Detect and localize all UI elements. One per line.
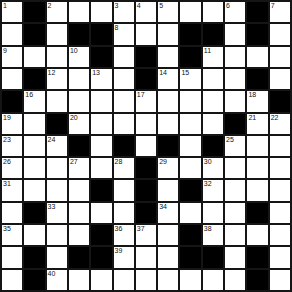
black-cell (247, 69, 267, 89)
black-cell (47, 114, 67, 134)
clue-number: 3 (115, 2, 119, 10)
black-cell (203, 247, 223, 267)
white-cell[interactable]: 22 (270, 114, 290, 134)
white-cell[interactable]: 8 (114, 24, 134, 44)
white-cell[interactable] (24, 158, 44, 178)
white-cell[interactable]: 13 (91, 69, 111, 89)
white-cell[interactable] (24, 47, 44, 67)
white-cell[interactable] (270, 158, 290, 178)
white-cell[interactable] (136, 24, 156, 44)
black-cell (2, 91, 22, 111)
white-cell[interactable]: 1 (2, 2, 22, 22)
white-cell[interactable] (2, 270, 22, 290)
white-cell[interactable] (136, 270, 156, 290)
white-cell[interactable] (158, 270, 178, 290)
black-cell (69, 24, 89, 44)
white-cell[interactable] (69, 69, 89, 89)
clue-number: 6 (226, 2, 230, 10)
clue-number: 17 (137, 91, 145, 99)
clue-number: 39 (115, 247, 123, 255)
clue-number: 38 (204, 225, 212, 233)
white-cell[interactable]: 17 (136, 91, 156, 111)
black-cell (225, 114, 245, 134)
white-cell[interactable]: 11 (203, 47, 223, 67)
white-cell[interactable] (203, 114, 223, 134)
black-cell (114, 136, 134, 156)
white-cell[interactable] (180, 270, 200, 290)
white-cell[interactable]: 4 (136, 2, 156, 22)
white-cell[interactable]: 34 (158, 203, 178, 223)
white-cell[interactable]: 14 (158, 69, 178, 89)
white-cell[interactable] (247, 225, 267, 245)
clue-number: 1 (3, 2, 7, 10)
white-cell[interactable]: 30 (203, 158, 223, 178)
white-cell[interactable] (114, 203, 134, 223)
white-cell[interactable] (270, 180, 290, 200)
white-cell[interactable] (225, 225, 245, 245)
white-cell[interactable]: 3 (114, 2, 134, 22)
white-cell[interactable]: 7 (270, 2, 290, 22)
black-cell (136, 69, 156, 89)
clue-number: 14 (159, 69, 167, 77)
white-cell[interactable] (2, 247, 22, 267)
clue-number: 8 (115, 24, 119, 32)
white-cell[interactable] (270, 225, 290, 245)
white-cell[interactable] (247, 136, 267, 156)
white-cell[interactable] (225, 91, 245, 111)
clue-number: 37 (137, 225, 145, 233)
clue-number: 16 (25, 91, 33, 99)
clue-number: 40 (48, 270, 56, 278)
white-cell[interactable]: 36 (114, 225, 134, 245)
black-cell (91, 180, 111, 200)
white-cell[interactable] (270, 270, 290, 290)
clue-number: 28 (115, 158, 123, 166)
white-cell[interactable] (203, 2, 223, 22)
clue-number: 26 (3, 158, 11, 166)
black-cell (247, 270, 267, 290)
black-cell (24, 270, 44, 290)
white-cell[interactable]: 31 (2, 180, 22, 200)
black-cell (203, 24, 223, 44)
clue-number: 12 (48, 69, 56, 77)
white-cell[interactable]: 2 (47, 2, 67, 22)
white-cell[interactable] (91, 91, 111, 111)
white-cell[interactable] (24, 114, 44, 134)
white-cell[interactable] (225, 270, 245, 290)
white-cell[interactable]: 39 (114, 247, 134, 267)
white-cell[interactable] (270, 69, 290, 89)
black-cell (24, 2, 44, 22)
white-cell[interactable] (247, 47, 267, 67)
clue-number: 23 (3, 136, 11, 144)
white-cell[interactable] (91, 2, 111, 22)
white-cell[interactable]: 5 (158, 2, 178, 22)
black-cell (136, 203, 156, 223)
white-cell[interactable] (180, 114, 200, 134)
white-cell[interactable] (47, 180, 67, 200)
clue-number: 13 (92, 69, 100, 77)
black-cell (180, 24, 200, 44)
black-cell (247, 2, 267, 22)
white-cell[interactable]: 29 (158, 158, 178, 178)
clue-number: 30 (204, 158, 212, 166)
clue-number: 27 (70, 158, 78, 166)
white-cell[interactable] (180, 91, 200, 111)
white-cell[interactable] (225, 69, 245, 89)
white-cell[interactable]: 15 (180, 69, 200, 89)
clue-number: 11 (204, 47, 211, 55)
white-cell[interactable] (136, 136, 156, 156)
clue-number: 25 (226, 136, 234, 144)
white-cell[interactable]: 24 (47, 136, 67, 156)
white-cell[interactable] (47, 91, 67, 111)
white-cell[interactable] (203, 203, 223, 223)
white-cell[interactable] (91, 136, 111, 156)
white-cell[interactable]: 21 (247, 114, 267, 134)
clue-number: 31 (3, 180, 11, 188)
white-cell[interactable] (114, 180, 134, 200)
white-cell[interactable] (180, 158, 200, 178)
black-cell (158, 136, 178, 156)
clue-number: 21 (248, 114, 256, 122)
white-cell[interactable] (69, 203, 89, 223)
white-cell[interactable] (2, 24, 22, 44)
white-cell[interactable] (225, 47, 245, 67)
black-cell (136, 158, 156, 178)
white-cell[interactable] (2, 203, 22, 223)
white-cell[interactable] (180, 2, 200, 22)
white-cell[interactable] (180, 203, 200, 223)
white-cell[interactable]: 6 (225, 2, 245, 22)
white-cell[interactable] (158, 114, 178, 134)
white-cell[interactable] (114, 114, 134, 134)
black-cell (24, 247, 44, 267)
white-cell[interactable] (136, 114, 156, 134)
black-cell (69, 247, 89, 267)
white-cell[interactable]: 26 (2, 158, 22, 178)
white-cell[interactable] (225, 158, 245, 178)
white-cell[interactable]: 18 (247, 91, 267, 111)
white-cell[interactable] (69, 225, 89, 245)
white-cell[interactable]: 35 (2, 225, 22, 245)
white-cell[interactable] (158, 180, 178, 200)
white-cell[interactable] (136, 247, 156, 267)
white-cell[interactable] (91, 270, 111, 290)
white-cell[interactable]: 37 (136, 225, 156, 245)
clue-number: 32 (204, 180, 212, 188)
white-cell[interactable] (47, 247, 67, 267)
clue-number: 2 (48, 2, 52, 10)
clue-number: 7 (271, 2, 275, 10)
clue-number: 36 (115, 225, 123, 233)
white-cell[interactable] (69, 180, 89, 200)
clue-number: 35 (3, 225, 11, 233)
white-cell[interactable] (114, 270, 134, 290)
black-cell (136, 47, 156, 67)
white-cell[interactable] (91, 203, 111, 223)
white-cell[interactable] (225, 203, 245, 223)
white-cell[interactable] (158, 225, 178, 245)
clue-number: 24 (48, 136, 56, 144)
black-cell (24, 24, 44, 44)
white-cell[interactable]: 16 (24, 91, 44, 111)
white-cell[interactable] (47, 47, 67, 67)
clue-number: 10 (70, 47, 78, 55)
white-cell[interactable] (114, 69, 134, 89)
black-cell (180, 225, 200, 245)
clue-number: 18 (248, 91, 256, 99)
white-cell[interactable] (270, 47, 290, 67)
white-cell[interactable] (47, 225, 67, 245)
white-cell[interactable] (24, 225, 44, 245)
white-cell[interactable]: 38 (203, 225, 223, 245)
clue-number: 19 (3, 114, 11, 122)
black-cell (180, 247, 200, 267)
white-cell[interactable]: 20 (69, 114, 89, 134)
black-cell (247, 24, 267, 44)
black-cell (203, 136, 223, 156)
white-cell[interactable] (225, 180, 245, 200)
clue-number: 4 (137, 2, 141, 10)
white-cell[interactable] (225, 24, 245, 44)
black-cell (91, 24, 111, 44)
white-cell[interactable]: 40 (47, 270, 67, 290)
white-cell[interactable] (203, 69, 223, 89)
white-cell[interactable] (24, 136, 44, 156)
clue-number: 22 (271, 114, 279, 122)
white-cell[interactable]: 27 (69, 158, 89, 178)
white-cell[interactable] (225, 247, 245, 267)
white-cell[interactable] (114, 91, 134, 111)
black-cell (270, 91, 290, 111)
black-cell (24, 203, 44, 223)
clue-number: 5 (159, 2, 163, 10)
white-cell[interactable] (2, 69, 22, 89)
white-cell[interactable] (270, 203, 290, 223)
white-cell[interactable] (114, 47, 134, 67)
white-cell[interactable]: 28 (114, 158, 134, 178)
white-cell[interactable]: 12 (47, 69, 67, 89)
black-cell (24, 69, 44, 89)
clue-number: 33 (48, 203, 56, 211)
white-cell[interactable] (47, 24, 67, 44)
white-cell[interactable] (203, 270, 223, 290)
white-cell[interactable]: 25 (225, 136, 245, 156)
white-cell[interactable] (247, 158, 267, 178)
white-cell[interactable] (158, 247, 178, 267)
white-cell[interactable] (91, 114, 111, 134)
black-cell (91, 225, 111, 245)
white-cell[interactable] (180, 136, 200, 156)
white-cell[interactable]: 9 (2, 47, 22, 67)
black-cell (180, 47, 200, 67)
clue-number: 29 (159, 158, 167, 166)
black-cell (69, 136, 89, 156)
white-cell[interactable] (69, 2, 89, 22)
clue-number: 20 (70, 114, 78, 122)
white-cell[interactable] (158, 91, 178, 111)
white-cell[interactable] (203, 91, 223, 111)
clue-number: 9 (3, 47, 7, 55)
white-cell[interactable] (69, 91, 89, 111)
crossword-board: 1234567891011121314151617181920212223242… (0, 0, 292, 292)
white-cell[interactable]: 33 (47, 203, 67, 223)
black-cell (91, 47, 111, 67)
black-cell (247, 203, 267, 223)
black-cell (247, 247, 267, 267)
white-cell[interactable] (270, 247, 290, 267)
white-cell[interactable]: 32 (203, 180, 223, 200)
white-cell[interactable] (69, 270, 89, 290)
white-cell[interactable]: 10 (69, 47, 89, 67)
white-cell[interactable] (270, 24, 290, 44)
white-cell[interactable] (91, 158, 111, 178)
white-cell[interactable] (158, 47, 178, 67)
white-cell[interactable]: 23 (2, 136, 22, 156)
white-cell[interactable]: 19 (2, 114, 22, 134)
black-cell (180, 180, 200, 200)
white-cell[interactable] (270, 136, 290, 156)
black-cell (91, 247, 111, 267)
clue-number: 15 (181, 69, 189, 77)
white-cell[interactable] (247, 180, 267, 200)
black-cell (136, 180, 156, 200)
clue-number: 34 (159, 203, 167, 211)
white-cell[interactable] (24, 180, 44, 200)
white-cell[interactable] (158, 24, 178, 44)
white-cell[interactable] (47, 158, 67, 178)
